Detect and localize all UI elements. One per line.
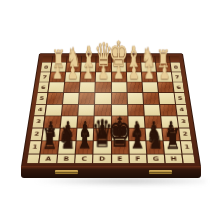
- file-label-e: E: [112, 155, 129, 164]
- square-c4: [79, 104, 95, 115]
- square-h6: [158, 83, 174, 93]
- square-g3: [145, 116, 162, 127]
- square-e6: [111, 83, 126, 93]
- square-a5: [47, 93, 63, 103]
- square-g7: ♟: [142, 72, 157, 82]
- hinge-left-icon: [55, 170, 78, 174]
- rank-label-right-8: 8: [171, 63, 182, 72]
- square-b3: [61, 116, 78, 127]
- board-scene: 8♜♞♝♛♚♝♞♜87♟♟♟♟♟♟♟♟7665544332♟♟♟♟♟♟♟♟21♜…: [31, 24, 191, 184]
- square-d3: [95, 116, 111, 127]
- square-f3: [128, 116, 144, 127]
- square-b6: [64, 83, 79, 93]
- board-face: 8♜♞♝♛♚♝♞♜87♟♟♟♟♟♟♟♟7665544332♟♟♟♟♟♟♟♟21♜…: [27, 56, 195, 163]
- square-b7: ♟: [65, 72, 80, 82]
- square-a8: ♜: [51, 63, 66, 72]
- square-g1: ♞: [146, 141, 163, 154]
- frame-corner-bottom-left: [27, 155, 39, 164]
- square-e5: [111, 93, 126, 103]
- hinge-right-icon: [149, 170, 172, 174]
- square-a6: [48, 83, 64, 93]
- file-label-b: B: [57, 155, 74, 164]
- rank-label-right-4: 4: [176, 104, 188, 115]
- square-c6: [80, 83, 95, 93]
- square-h1: ♜: [164, 141, 182, 154]
- square-d7: ♟: [96, 72, 110, 82]
- square-f5: [127, 93, 142, 103]
- square-h7: ♟: [157, 72, 172, 82]
- square-c5: [79, 93, 94, 103]
- chess-board: 8♜♞♝♛♚♝♞♜87♟♟♟♟♟♟♟♟7665544332♟♟♟♟♟♟♟♟21♜…: [21, 53, 201, 168]
- frame-top-cell: [126, 56, 140, 62]
- file-label-c: C: [75, 155, 92, 164]
- rank-label-right-6: 6: [173, 83, 184, 93]
- rank-label-right-7: 7: [172, 72, 183, 82]
- square-a3: [44, 116, 61, 127]
- square-f6: [127, 83, 142, 93]
- square-d2: ♟: [94, 128, 110, 140]
- frame-top-cell: [155, 56, 169, 62]
- square-h4: [160, 104, 177, 115]
- frame-top-cell: [111, 56, 125, 62]
- square-a1: ♜: [41, 141, 59, 154]
- square-d4: [95, 104, 110, 115]
- square-f7: ♟: [127, 72, 142, 82]
- square-h5: [159, 93, 175, 103]
- square-e7: ♟: [111, 72, 125, 82]
- square-g2: ♟: [145, 128, 162, 140]
- square-e2: ♟: [112, 128, 128, 140]
- square-a7: ♟: [50, 72, 65, 82]
- square-f8: ♝: [126, 63, 140, 72]
- square-g4: [144, 104, 160, 115]
- square-d5: [95, 93, 110, 103]
- square-c7: ♟: [81, 72, 96, 82]
- rank-label-left-4: 4: [34, 104, 46, 115]
- square-e4: [112, 104, 127, 115]
- rank-label-left-7: 7: [39, 72, 50, 82]
- frame-corner-top-left: [42, 56, 52, 62]
- square-g6: [142, 83, 157, 93]
- square-f2: ♟: [128, 128, 145, 140]
- rank-label-left-3: 3: [32, 116, 44, 127]
- rank-label-left-2: 2: [31, 128, 43, 140]
- square-e1: ♚: [112, 141, 129, 154]
- square-c8: ♝: [81, 63, 95, 72]
- frame-top-cell: [52, 56, 66, 62]
- rank-label-left-5: 5: [36, 93, 47, 103]
- square-a4: [46, 104, 63, 115]
- square-c2: ♟: [77, 128, 94, 140]
- file-label-h: H: [165, 155, 183, 164]
- frame-corner-top-right: [170, 56, 180, 62]
- square-e8: ♚: [111, 63, 125, 72]
- square-g8: ♞: [141, 63, 156, 72]
- square-e3: [112, 116, 128, 127]
- rank-label-left-6: 6: [38, 83, 49, 93]
- rank-label-right-3: 3: [178, 116, 190, 127]
- square-h3: [161, 116, 178, 127]
- square-b1: ♞: [58, 141, 75, 154]
- frame-top-cell: [97, 56, 111, 62]
- frame-top-cell: [82, 56, 96, 62]
- square-b8: ♞: [66, 63, 81, 72]
- rank-label-right-1: 1: [181, 141, 194, 154]
- frame-top-cell: [141, 56, 155, 62]
- file-label-a: A: [39, 155, 57, 164]
- rank-label-left-8: 8: [41, 63, 52, 72]
- square-d6: [96, 83, 111, 93]
- file-label-d: D: [94, 155, 111, 164]
- file-label-f: F: [129, 155, 146, 164]
- square-c3: [78, 116, 94, 127]
- square-h8: ♜: [156, 63, 171, 72]
- frame-top-cell: [67, 56, 81, 62]
- square-b5: [63, 93, 79, 103]
- product-photo: 8♜♞♝♛♚♝♞♜87♟♟♟♟♟♟♟♟7665544332♟♟♟♟♟♟♟♟21♜…: [0, 0, 222, 222]
- square-h2: ♟: [162, 128, 179, 140]
- box-front-edge: [21, 166, 201, 178]
- square-f4: [128, 104, 144, 115]
- rank-label-left-1: 1: [29, 141, 42, 154]
- file-label-g: G: [147, 155, 164, 164]
- square-a2: ♟: [42, 128, 59, 140]
- square-d1: ♛: [94, 141, 111, 154]
- square-g5: [143, 93, 159, 103]
- square-b2: ♟: [60, 128, 77, 140]
- rank-label-right-2: 2: [179, 128, 191, 140]
- square-f1: ♝: [129, 141, 146, 154]
- frame-corner-bottom-right: [183, 155, 195, 164]
- square-b4: [62, 104, 78, 115]
- square-d8: ♛: [96, 63, 110, 72]
- rank-label-right-5: 5: [175, 93, 186, 103]
- square-c1: ♝: [76, 141, 93, 154]
